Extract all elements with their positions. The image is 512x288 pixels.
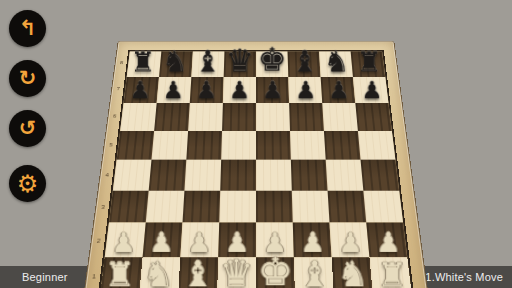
- square-h2[interactable]: ♟: [366, 223, 407, 257]
- square-c4[interactable]: [184, 160, 221, 191]
- square-h8[interactable]: ♜: [351, 52, 386, 77]
- chess-board: 8 7 6 5 4 3 2 1 ♜♞♝♛♚♝♞♜♟♟♟♟♟♟♟♟♟♟♟♟♟♟♟♟…: [80, 41, 433, 288]
- square-e3[interactable]: [256, 190, 293, 222]
- black-bishop[interactable]: ♝: [191, 46, 223, 76]
- square-b1[interactable]: ♞: [139, 257, 180, 288]
- square-e6[interactable]: [256, 103, 290, 131]
- square-f6[interactable]: [289, 103, 324, 131]
- black-pawn[interactable]: ♟: [322, 78, 355, 102]
- square-g8[interactable]: ♞: [319, 52, 353, 77]
- square-e1[interactable]: ♚: [256, 257, 295, 288]
- square-a7[interactable]: ♟: [124, 77, 160, 103]
- white-knight[interactable]: ♞: [139, 257, 178, 288]
- square-a2[interactable]: ♟: [105, 223, 146, 257]
- square-f4[interactable]: [291, 160, 328, 191]
- square-g1[interactable]: ♞: [332, 257, 373, 288]
- square-a6[interactable]: [120, 103, 156, 131]
- rotate-board-icon: ↺: [19, 118, 37, 139]
- square-h3[interactable]: [363, 190, 403, 222]
- square-g3[interactable]: [328, 190, 367, 222]
- square-b5[interactable]: [151, 131, 188, 160]
- redo-button[interactable]: ↻: [9, 60, 46, 97]
- white-rook[interactable]: ♜: [100, 259, 139, 288]
- black-knight[interactable]: ♞: [159, 47, 191, 76]
- square-b6[interactable]: [154, 103, 190, 131]
- square-g6[interactable]: [322, 103, 358, 131]
- square-d6[interactable]: [222, 103, 256, 131]
- board-scene: 8 7 6 5 4 3 2 1 ♜♞♝♛♚♝♞♜♟♟♟♟♟♟♟♟♟♟♟♟♟♟♟♟…: [101, 10, 411, 288]
- square-h1[interactable]: ♜: [369, 257, 411, 288]
- square-d5[interactable]: [221, 131, 256, 160]
- square-c7[interactable]: ♟: [190, 77, 224, 103]
- white-queen[interactable]: ♛: [217, 254, 256, 288]
- white-pawn[interactable]: ♟: [180, 229, 218, 256]
- square-c3[interactable]: [182, 190, 220, 222]
- square-g5[interactable]: [324, 131, 361, 160]
- square-f8[interactable]: ♝: [288, 52, 321, 77]
- square-e8[interactable]: ♚: [256, 52, 288, 77]
- square-e4[interactable]: [256, 160, 292, 191]
- square-h5[interactable]: [358, 131, 395, 160]
- white-bishop[interactable]: ♝: [295, 256, 334, 288]
- black-king[interactable]: ♚: [256, 43, 288, 75]
- square-b8[interactable]: ♞: [159, 52, 193, 77]
- rotate-board-button[interactable]: ↺: [9, 110, 46, 147]
- square-b4[interactable]: [149, 160, 187, 191]
- square-f2[interactable]: ♟: [293, 223, 332, 257]
- square-f5[interactable]: [290, 131, 326, 160]
- square-c8[interactable]: ♝: [191, 52, 224, 77]
- toolbar: ↰ ↻ ↺ ⚙: [9, 10, 46, 202]
- square-b2[interactable]: ♟: [143, 223, 183, 257]
- black-knight[interactable]: ♞: [321, 47, 353, 76]
- square-d8[interactable]: ♛: [224, 52, 256, 77]
- square-g2[interactable]: ♟: [330, 223, 370, 257]
- white-pawn[interactable]: ♟: [332, 229, 370, 256]
- square-f3[interactable]: [292, 190, 330, 222]
- square-d4[interactable]: [220, 160, 256, 191]
- square-h6[interactable]: [355, 103, 391, 131]
- black-pawn[interactable]: ♟: [124, 78, 157, 102]
- black-bishop[interactable]: ♝: [288, 46, 320, 76]
- board-frame: 8 7 6 5 4 3 2 1 ♜♞♝♛♚♝♞♜♟♟♟♟♟♟♟♟♟♟♟♟♟♟♟♟…: [80, 41, 433, 288]
- black-rook[interactable]: ♜: [127, 48, 159, 76]
- board-grid: ♜♞♝♛♚♝♞♜♟♟♟♟♟♟♟♟♟♟♟♟♟♟♟♟♜♞♝♛♚♝♞♜: [98, 50, 414, 288]
- black-pawn[interactable]: ♟: [157, 78, 190, 102]
- square-d7[interactable]: ♟: [223, 77, 256, 103]
- square-g4[interactable]: [326, 160, 364, 191]
- undo-button[interactable]: ↰: [9, 10, 46, 47]
- square-b3[interactable]: [146, 190, 185, 222]
- app-window: Beginner 1.White's Move 8 7 6 5 4 3 2 1 …: [0, 0, 512, 288]
- black-pawn[interactable]: ♟: [289, 78, 322, 102]
- black-rook[interactable]: ♜: [353, 48, 385, 76]
- square-d1[interactable]: ♛: [217, 257, 256, 288]
- black-pawn[interactable]: ♟: [355, 78, 388, 102]
- square-a5[interactable]: [117, 131, 154, 160]
- square-f1[interactable]: ♝: [294, 257, 334, 288]
- square-a4[interactable]: [113, 160, 152, 191]
- undo-icon: ↰: [19, 18, 37, 39]
- black-queen[interactable]: ♛: [224, 44, 256, 75]
- square-h7[interactable]: ♟: [353, 77, 389, 103]
- square-c5[interactable]: [186, 131, 222, 160]
- square-b7[interactable]: ♟: [157, 77, 192, 103]
- square-f7[interactable]: ♟: [288, 77, 322, 103]
- move-indicator: 1.White's Move: [425, 271, 503, 283]
- gear-icon: ⚙: [17, 172, 39, 196]
- white-king[interactable]: ♚: [256, 253, 295, 288]
- black-pawn[interactable]: ♟: [223, 78, 256, 102]
- white-knight[interactable]: ♞: [334, 257, 373, 288]
- square-c1[interactable]: ♝: [178, 257, 218, 288]
- square-a8[interactable]: ♜: [127, 52, 162, 77]
- square-d3[interactable]: [219, 190, 256, 222]
- white-bishop[interactable]: ♝: [178, 256, 217, 288]
- square-c2[interactable]: ♟: [180, 223, 219, 257]
- white-pawn[interactable]: ♟: [369, 229, 407, 256]
- black-pawn[interactable]: ♟: [190, 78, 223, 102]
- white-pawn[interactable]: ♟: [294, 229, 332, 256]
- square-c6[interactable]: [188, 103, 223, 131]
- square-a1[interactable]: ♜: [100, 257, 142, 288]
- white-rook[interactable]: ♜: [373, 259, 412, 288]
- white-pawn[interactable]: ♟: [143, 229, 181, 256]
- square-h4[interactable]: [361, 160, 400, 191]
- black-pawn[interactable]: ♟: [256, 78, 289, 102]
- square-g7[interactable]: ♟: [321, 77, 356, 103]
- settings-button[interactable]: ⚙: [9, 165, 46, 202]
- square-e5[interactable]: [256, 131, 291, 160]
- white-pawn[interactable]: ♟: [105, 229, 143, 256]
- redo-icon: ↻: [19, 68, 37, 89]
- difficulty-label: Beginner: [22, 271, 68, 283]
- square-a3[interactable]: [109, 190, 149, 222]
- square-e7[interactable]: ♟: [256, 77, 289, 103]
